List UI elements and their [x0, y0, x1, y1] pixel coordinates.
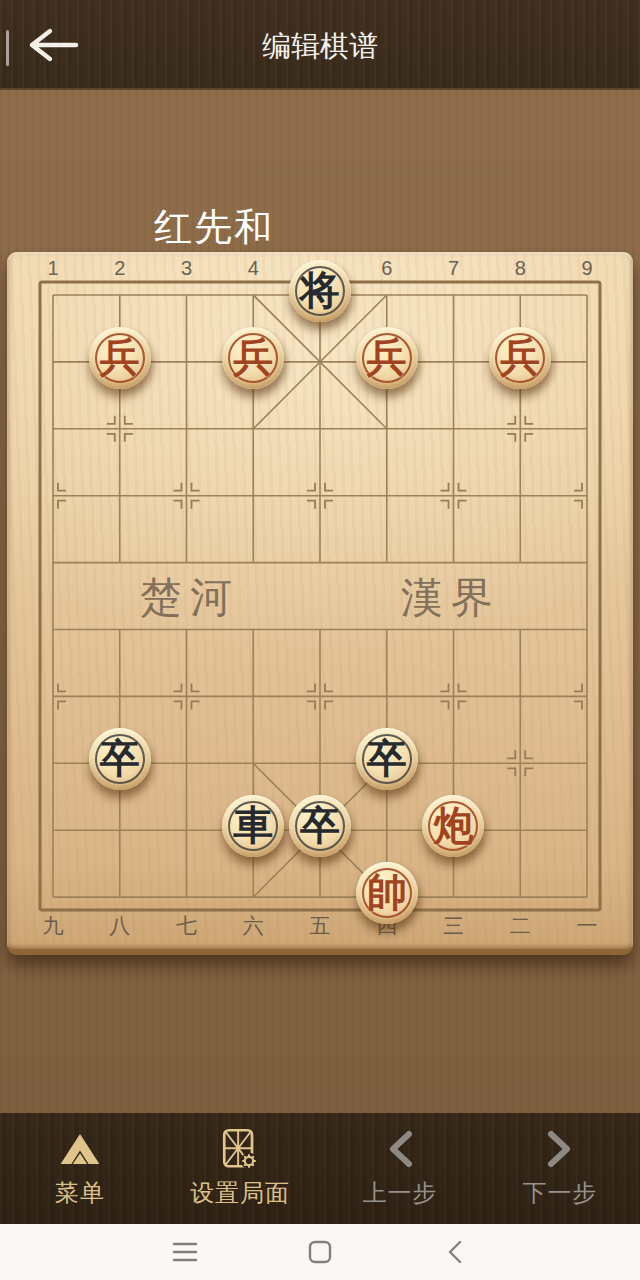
home-icon: [308, 1240, 332, 1264]
piece-glyph: 兵: [500, 326, 540, 388]
board-piece-black-卒[interactable]: 卒: [289, 795, 351, 857]
piece-glyph: 車: [233, 794, 273, 856]
back-nav-button[interactable]: [435, 1232, 475, 1272]
piece-glyph: 将: [300, 259, 340, 321]
chevron-left-icon: [387, 1128, 413, 1170]
board-piece-red-炮[interactable]: 炮: [422, 795, 484, 857]
header: 编辑棋谱: [0, 0, 640, 90]
result-subtitle: 红先和: [154, 202, 274, 253]
xiangqi-board[interactable]: 123456789九八七六五四三二一楚河漢界 将兵兵兵兵卒卒車卒炮帥: [7, 252, 633, 955]
piece-glyph: 卒: [100, 727, 140, 789]
content: 红先和 123456789九八七六五四三二一楚河漢界 将兵兵兵兵卒卒車卒炮帥: [0, 90, 640, 1224]
board-setup-icon: [218, 1128, 262, 1170]
board-piece-red-帥[interactable]: 帥: [356, 862, 418, 924]
board-piece-red-兵[interactable]: 兵: [356, 327, 418, 389]
setup-position-label: 设置局面: [190, 1177, 290, 1209]
prev-step-label: 上一步: [363, 1177, 438, 1209]
menu-button[interactable]: 菜单: [0, 1113, 160, 1224]
board-piece-black-車[interactable]: 車: [222, 795, 284, 857]
piece-glyph: 兵: [367, 326, 407, 388]
setup-position-button[interactable]: 设置局面: [160, 1113, 320, 1224]
menu-label: 菜单: [55, 1177, 105, 1209]
android-navbar: [0, 1224, 640, 1280]
board-piece-black-卒[interactable]: 卒: [356, 728, 418, 790]
recents-button[interactable]: [165, 1232, 205, 1272]
piece-glyph: 炮: [433, 794, 473, 856]
recents-icon: [172, 1241, 198, 1263]
back-icon: [447, 1240, 463, 1264]
piece-glyph: 卒: [300, 794, 340, 856]
board-piece-red-兵[interactable]: 兵: [489, 327, 551, 389]
piece-glyph: 兵: [233, 326, 273, 388]
chevron-right-icon: [547, 1128, 573, 1170]
prev-step-button[interactable]: 上一步: [320, 1113, 480, 1224]
next-step-label: 下一步: [523, 1177, 598, 1209]
next-step-button[interactable]: 下一步: [480, 1113, 640, 1224]
piece-glyph: 兵: [100, 326, 140, 388]
board-piece-black-将[interactable]: 将: [289, 260, 351, 322]
piece-glyph: 帥: [367, 861, 407, 923]
board-piece-red-兵[interactable]: 兵: [222, 327, 284, 389]
menu-icon: [57, 1128, 103, 1170]
page-title: 编辑棋谱: [0, 0, 640, 88]
board-grid[interactable]: 将兵兵兵兵卒卒車卒炮帥: [20, 262, 621, 931]
piece-glyph: 卒: [367, 727, 407, 789]
board-piece-black-卒[interactable]: 卒: [89, 728, 151, 790]
home-button[interactable]: [300, 1232, 340, 1272]
bottom-toolbar: 菜单 设置局面 上一步: [0, 1113, 640, 1224]
board-piece-red-兵[interactable]: 兵: [89, 327, 151, 389]
